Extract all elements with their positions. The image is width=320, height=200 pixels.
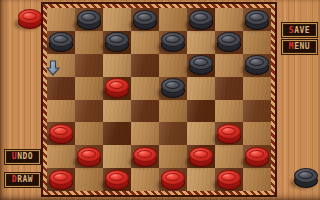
- dark-checker[interactable]: [77, 10, 101, 29]
- square-r0c0[interactable]: [47, 8, 75, 31]
- dark-checker[interactable]: [133, 10, 157, 29]
- dark-checker[interactable]: [189, 55, 213, 74]
- square-r7c5[interactable]: [187, 168, 215, 191]
- square-r3c0[interactable]: [47, 77, 75, 100]
- red-checker[interactable]: [189, 147, 213, 166]
- menu-button[interactable]: MENU: [282, 40, 317, 54]
- square-r5c1[interactable]: [75, 122, 103, 145]
- menu-label-rest: ENU: [294, 42, 310, 51]
- red-checker[interactable]: [49, 124, 73, 143]
- undo-label-rest: NDO: [17, 152, 33, 161]
- checkers-board[interactable]: [42, 3, 276, 196]
- board-grid: [47, 8, 271, 191]
- square-r2c1[interactable]: [75, 54, 103, 77]
- dark-checker[interactable]: [245, 10, 269, 29]
- square-r0c4[interactable]: [159, 8, 187, 31]
- red-checker[interactable]: [161, 170, 185, 189]
- dark-checker[interactable]: [245, 55, 269, 74]
- piece-ring: [137, 150, 152, 158]
- square-r4c7[interactable]: [243, 100, 271, 123]
- dark-checker[interactable]: [217, 32, 241, 51]
- undo-button[interactable]: UNDO: [5, 150, 40, 164]
- piece-ring: [53, 127, 68, 135]
- red-checker[interactable]: [245, 147, 269, 166]
- piece-ring: [193, 150, 208, 158]
- square-r3c7[interactable]: [243, 77, 271, 100]
- dark-checker[interactable]: [105, 32, 129, 51]
- captured-red-checker: [18, 9, 42, 28]
- save-button[interactable]: SAVE: [282, 23, 317, 37]
- square-r0c2[interactable]: [103, 8, 131, 31]
- square-r2c6[interactable]: [215, 54, 243, 77]
- red-checker[interactable]: [217, 124, 241, 143]
- square-r5c7[interactable]: [243, 122, 271, 145]
- square-r3c6[interactable]: [215, 77, 243, 100]
- checkers-game-screen: SAVE MENU UNDO DRAW: [0, 0, 320, 200]
- square-r4c6[interactable]: [215, 100, 243, 123]
- red-checker[interactable]: [77, 147, 101, 166]
- square-r5c3[interactable]: [131, 122, 159, 145]
- square-r0c6[interactable]: [215, 8, 243, 31]
- square-r7c7[interactable]: [243, 168, 271, 191]
- piece-ring: [137, 13, 152, 21]
- piece-ring: [221, 173, 236, 181]
- draw-button[interactable]: DRAW: [5, 173, 40, 187]
- red-checker[interactable]: [133, 147, 157, 166]
- red-checker[interactable]: [105, 170, 129, 189]
- square-r2c2[interactable]: [103, 54, 131, 77]
- save-label-rest: AVE: [294, 26, 310, 35]
- piece-ring: [193, 13, 208, 21]
- square-r5c2[interactable]: [103, 122, 131, 145]
- down-arrow-cursor: [46, 60, 60, 76]
- square-r6c6[interactable]: [215, 145, 243, 168]
- piece-ring: [165, 173, 180, 181]
- piece-ring: [249, 150, 264, 158]
- piece-ring: [298, 171, 313, 179]
- piece-ring: [109, 173, 124, 181]
- square-r6c2[interactable]: [103, 145, 131, 168]
- square-r4c3[interactable]: [131, 100, 159, 123]
- square-r6c0[interactable]: [47, 145, 75, 168]
- square-r1c5[interactable]: [187, 31, 215, 54]
- red-checker[interactable]: [49, 170, 73, 189]
- square-r1c7[interactable]: [243, 31, 271, 54]
- piece-ring: [81, 150, 96, 158]
- square-r6c4[interactable]: [159, 145, 187, 168]
- piece-ring: [249, 13, 264, 21]
- piece-ring: [221, 127, 236, 135]
- piece-ring: [22, 12, 37, 20]
- square-r3c5[interactable]: [187, 77, 215, 100]
- square-r4c0[interactable]: [47, 100, 75, 123]
- dark-checker[interactable]: [49, 32, 73, 51]
- square-r5c5[interactable]: [187, 122, 215, 145]
- captured-dark-checker: [294, 168, 318, 187]
- square-r1c3[interactable]: [131, 31, 159, 54]
- square-r7c1[interactable]: [75, 168, 103, 191]
- dark-checker[interactable]: [189, 10, 213, 29]
- square-r5c4[interactable]: [159, 122, 187, 145]
- square-r4c5[interactable]: [187, 100, 215, 123]
- square-r4c1[interactable]: [75, 100, 103, 123]
- square-r4c2[interactable]: [103, 100, 131, 123]
- square-r3c3[interactable]: [131, 77, 159, 100]
- red-checker[interactable]: [105, 78, 129, 97]
- square-r2c3[interactable]: [131, 54, 159, 77]
- draw-label-rest: RAW: [17, 175, 33, 184]
- square-r1c1[interactable]: [75, 31, 103, 54]
- red-checker[interactable]: [217, 170, 241, 189]
- piece-ring: [81, 13, 96, 21]
- piece-ring: [53, 173, 68, 181]
- dark-checker[interactable]: [161, 32, 185, 51]
- square-r2c4[interactable]: [159, 54, 187, 77]
- square-r7c3[interactable]: [131, 168, 159, 191]
- dark-checker[interactable]: [161, 78, 185, 97]
- square-r4c4[interactable]: [159, 100, 187, 123]
- square-r3c1[interactable]: [75, 77, 103, 100]
